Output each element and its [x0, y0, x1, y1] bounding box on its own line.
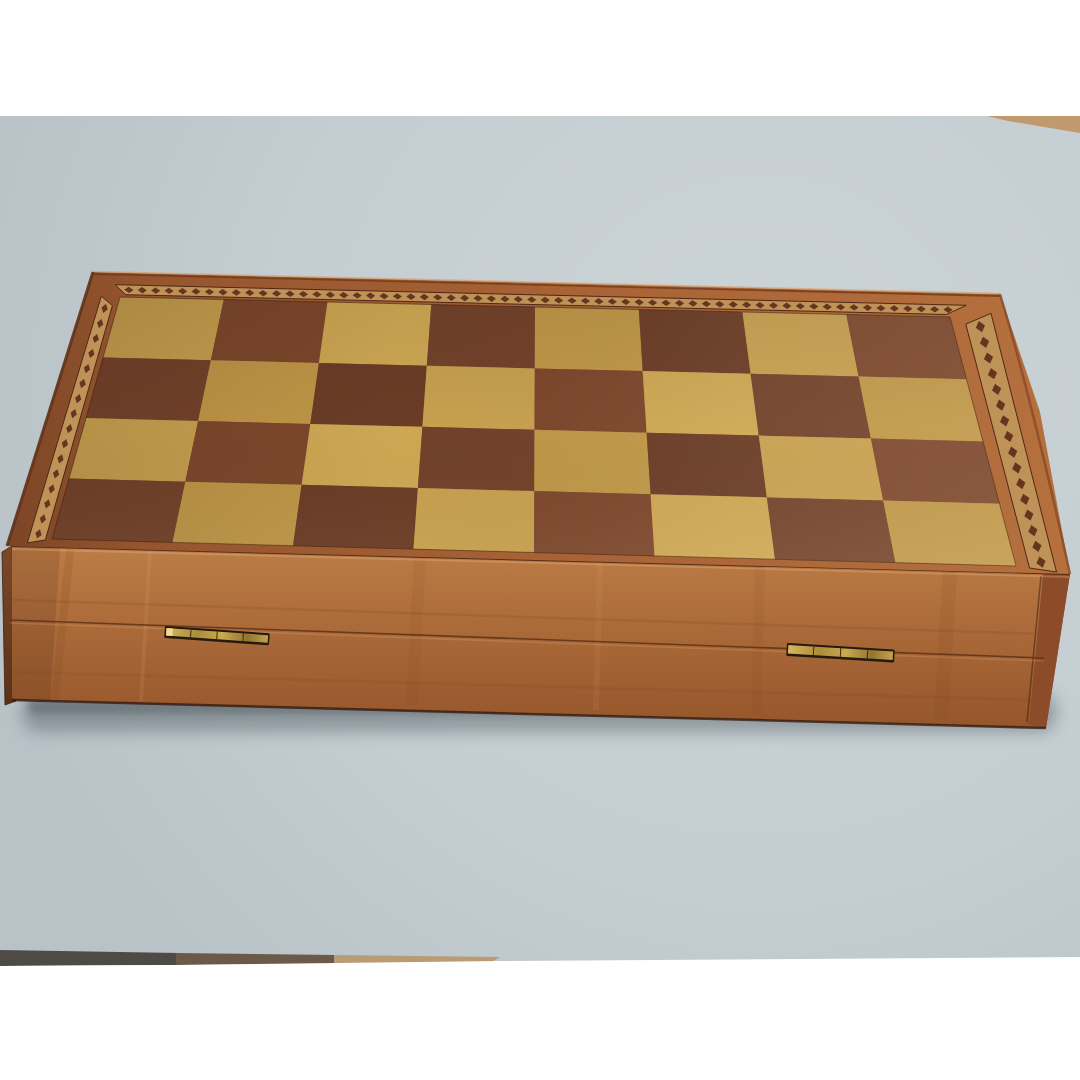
photo-white-margin-bottom — [0, 957, 1080, 1080]
box-lid-top — [7, 272, 1070, 575]
photo-of-folded-chess-box — [0, 0, 1080, 1080]
box-front-face — [10, 546, 1070, 728]
checkerboard — [52, 297, 1016, 566]
brass-hinge-left-glint — [166, 628, 173, 636]
table-edge-mid — [176, 953, 336, 965]
board-lighting-overlay-v — [52, 297, 1016, 566]
photo-canvas — [0, 0, 1080, 1080]
